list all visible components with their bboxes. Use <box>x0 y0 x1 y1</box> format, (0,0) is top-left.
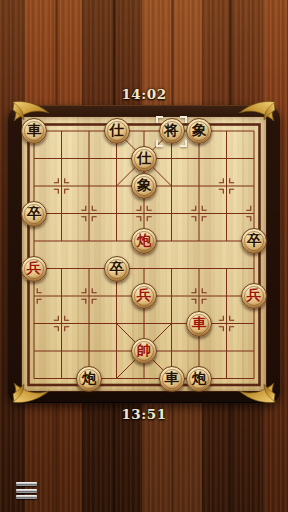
piece-glyph: 炮 <box>82 371 97 387</box>
piece-glyph: 兵 <box>27 261 42 277</box>
piece-glyph: 卒 <box>27 206 42 222</box>
piece-glyph: 象 <box>192 123 207 139</box>
piece-glyph: 仕 <box>137 151 152 167</box>
player-clock: 13:51 <box>0 406 288 422</box>
piece-glyph: 卒 <box>109 261 124 277</box>
piece-glyph: 仕 <box>109 123 124 139</box>
piece-red-chariot[interactable]: 車 <box>186 311 212 337</box>
piece-red-soldier[interactable]: 兵 <box>21 256 47 282</box>
piece-glyph: 車 <box>27 123 42 139</box>
piece-red-soldier[interactable]: 兵 <box>131 283 157 309</box>
opponent-clock: 14:02 <box>0 86 288 102</box>
piece-black-chariot[interactable]: 車 <box>159 366 185 392</box>
piece-glyph: 兵 <box>247 288 262 304</box>
piece-black-soldier[interactable]: 卒 <box>21 201 47 227</box>
piece-black-cannon[interactable]: 炮 <box>186 366 212 392</box>
piece-black-soldier[interactable]: 卒 <box>241 228 267 254</box>
piece-black-soldier[interactable]: 卒 <box>104 256 130 282</box>
app-screen: 14:02 車仕将象仕象卒炮卒兵卒兵兵車帥炮車炮 13:51 <box>0 0 288 512</box>
piece-black-elephant[interactable]: 象 <box>131 173 157 199</box>
piece-black-elephant[interactable]: 象 <box>186 118 212 144</box>
pieces-layer: 車仕将象仕象卒炮卒兵卒兵兵車帥炮車炮 <box>0 0 288 512</box>
piece-black-advisor[interactable]: 仕 <box>104 118 130 144</box>
menu-button[interactable] <box>16 482 37 499</box>
piece-glyph: 帥 <box>137 343 152 359</box>
piece-glyph: 将 <box>164 123 179 139</box>
piece-black-general[interactable]: 将 <box>159 118 185 144</box>
piece-black-chariot[interactable]: 車 <box>21 118 47 144</box>
piece-glyph: 車 <box>164 371 179 387</box>
piece-red-general[interactable]: 帥 <box>131 338 157 364</box>
piece-black-cannon[interactable]: 炮 <box>76 366 102 392</box>
menu-bar-icon <box>16 489 37 493</box>
piece-glyph: 兵 <box>137 288 152 304</box>
menu-bar-icon <box>16 482 37 486</box>
piece-red-soldier[interactable]: 兵 <box>241 283 267 309</box>
menu-bar-icon <box>16 495 37 499</box>
piece-glyph: 象 <box>137 178 152 194</box>
piece-black-advisor[interactable]: 仕 <box>131 146 157 172</box>
piece-glyph: 車 <box>192 316 207 332</box>
piece-glyph: 炮 <box>137 233 152 249</box>
piece-red-cannon[interactable]: 炮 <box>131 228 157 254</box>
piece-glyph: 炮 <box>192 371 207 387</box>
piece-glyph: 卒 <box>247 233 262 249</box>
